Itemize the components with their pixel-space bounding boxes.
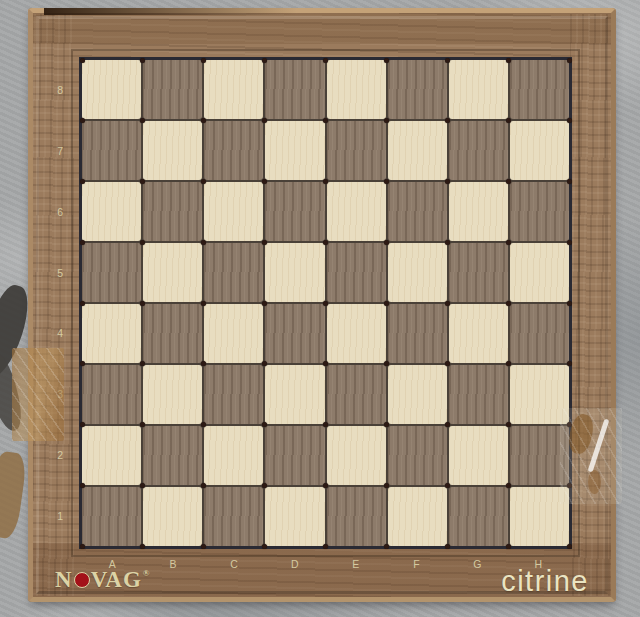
- square-e6[interactable]: [327, 182, 386, 241]
- square-a7[interactable]: [82, 121, 141, 180]
- square-a3[interactable]: [82, 365, 141, 424]
- square-h8[interactable]: [510, 60, 569, 119]
- square-f7[interactable]: [388, 121, 447, 180]
- square-b6[interactable]: [143, 182, 202, 241]
- square-g7[interactable]: [449, 121, 508, 180]
- square-e2[interactable]: [327, 426, 386, 485]
- file-label-c: C: [204, 558, 265, 571]
- square-e4[interactable]: [327, 304, 386, 363]
- square-c8[interactable]: [204, 60, 263, 119]
- square-g6[interactable]: [449, 182, 508, 241]
- square-c4[interactable]: [204, 304, 263, 363]
- square-d2[interactable]: [265, 426, 324, 485]
- file-label-d: D: [265, 558, 326, 571]
- squares-grid: [82, 60, 569, 546]
- square-d6[interactable]: [265, 182, 324, 241]
- brand-letter: N: [55, 567, 73, 593]
- square-f6[interactable]: [388, 182, 447, 241]
- square-b5[interactable]: [143, 243, 202, 302]
- playing-area: [79, 57, 572, 549]
- square-d5[interactable]: [265, 243, 324, 302]
- registered-mark: ®: [143, 566, 151, 580]
- square-a5[interactable]: [82, 243, 141, 302]
- square-a2[interactable]: [82, 426, 141, 485]
- square-f1[interactable]: [388, 487, 447, 546]
- square-a8[interactable]: [82, 60, 141, 119]
- file-labels: ABCDEFGH: [82, 558, 569, 571]
- tape-shine: [588, 419, 610, 473]
- square-a4[interactable]: [82, 304, 141, 363]
- square-e8[interactable]: [327, 60, 386, 119]
- square-c6[interactable]: [204, 182, 263, 241]
- square-c3[interactable]: [204, 365, 263, 424]
- square-d3[interactable]: [265, 365, 324, 424]
- square-c1[interactable]: [204, 487, 263, 546]
- rank-labels: 87654321: [42, 60, 66, 546]
- clear-tape-right: [560, 408, 622, 504]
- file-label-f: F: [386, 558, 447, 571]
- square-g8[interactable]: [449, 60, 508, 119]
- rank-label-6: 6: [42, 182, 66, 243]
- novag-red-dot-icon: [74, 572, 90, 588]
- floor-tape-scrap: [0, 450, 28, 540]
- frame-edge-shadow: [44, 8, 316, 15]
- chess-board: ABCDEFGH 87654321 NVAG® citrine: [28, 8, 616, 602]
- square-d4[interactable]: [265, 304, 324, 363]
- square-f8[interactable]: [388, 60, 447, 119]
- rank-label-1: 1: [42, 485, 66, 546]
- square-b3[interactable]: [143, 365, 202, 424]
- square-f3[interactable]: [388, 365, 447, 424]
- file-label-e: E: [326, 558, 387, 571]
- square-e7[interactable]: [327, 121, 386, 180]
- square-d8[interactable]: [265, 60, 324, 119]
- square-a6[interactable]: [82, 182, 141, 241]
- square-c5[interactable]: [204, 243, 263, 302]
- novag-logo: NVAG®: [55, 566, 151, 594]
- square-e3[interactable]: [327, 365, 386, 424]
- square-h7[interactable]: [510, 121, 569, 180]
- square-c7[interactable]: [204, 121, 263, 180]
- square-d7[interactable]: [265, 121, 324, 180]
- tape-smudge: [566, 412, 596, 456]
- rank-label-8: 8: [42, 60, 66, 121]
- model-name: citrine: [501, 565, 589, 598]
- square-b4[interactable]: [143, 304, 202, 363]
- square-d1[interactable]: [265, 487, 324, 546]
- file-label-b: B: [143, 558, 204, 571]
- brand-letters: VAG: [91, 567, 142, 593]
- rank-label-5: 5: [42, 242, 66, 303]
- photo-stage: ABCDEFGH 87654321 NVAG® citrine: [0, 0, 640, 617]
- square-f5[interactable]: [388, 243, 447, 302]
- square-f2[interactable]: [388, 426, 447, 485]
- square-g3[interactable]: [449, 365, 508, 424]
- file-label-g: G: [447, 558, 508, 571]
- square-e5[interactable]: [327, 243, 386, 302]
- square-g1[interactable]: [449, 487, 508, 546]
- square-b1[interactable]: [143, 487, 202, 546]
- square-g5[interactable]: [449, 243, 508, 302]
- square-e1[interactable]: [327, 487, 386, 546]
- square-g4[interactable]: [449, 304, 508, 363]
- packing-tape-left: [12, 348, 64, 441]
- square-c2[interactable]: [204, 426, 263, 485]
- rank-label-7: 7: [42, 121, 66, 182]
- square-b2[interactable]: [143, 426, 202, 485]
- tape-smudge: [588, 470, 601, 494]
- square-f4[interactable]: [388, 304, 447, 363]
- square-b8[interactable]: [143, 60, 202, 119]
- square-h6[interactable]: [510, 182, 569, 241]
- square-b7[interactable]: [143, 121, 202, 180]
- square-h4[interactable]: [510, 304, 569, 363]
- square-a1[interactable]: [82, 487, 141, 546]
- square-g2[interactable]: [449, 426, 508, 485]
- square-h5[interactable]: [510, 243, 569, 302]
